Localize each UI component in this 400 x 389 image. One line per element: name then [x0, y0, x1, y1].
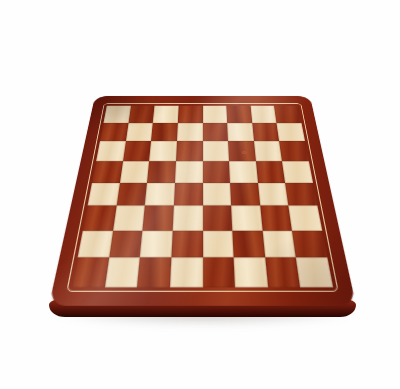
board-square: [226, 106, 252, 123]
board-square: [177, 123, 203, 141]
board-square: [178, 106, 203, 123]
board-square: [120, 161, 150, 182]
board-square: [78, 231, 113, 258]
board-square: [203, 258, 236, 288]
board-square: [203, 141, 230, 161]
board-square: [149, 141, 177, 161]
board-square: [137, 258, 171, 288]
board-square: [203, 106, 228, 123]
board-square: [289, 206, 323, 231]
board-square: [203, 123, 229, 141]
board-square: [176, 141, 203, 161]
board-3d-wrapper: [76, 56, 329, 309]
board-square: [230, 183, 260, 206]
board-square: [203, 183, 232, 206]
board-square: [128, 106, 154, 123]
board-square: [170, 258, 203, 288]
board-square: [203, 206, 233, 231]
board-square: [250, 106, 276, 123]
board-square: [265, 258, 301, 288]
board-square: [231, 206, 262, 231]
board-square: [109, 231, 143, 258]
board-square: [256, 161, 286, 182]
board-square: [147, 161, 176, 182]
board-square: [96, 141, 125, 161]
board-square: [260, 206, 292, 231]
board-square: [203, 231, 234, 258]
board-square: [151, 123, 178, 141]
board-square: [282, 161, 313, 182]
board-square: [105, 258, 141, 288]
chess-board: [49, 96, 356, 306]
wood-knot: [242, 151, 247, 154]
board-square: [234, 258, 268, 288]
board-square: [252, 123, 279, 141]
board-square: [274, 106, 301, 123]
board-square: [171, 231, 202, 258]
board-grid: [72, 106, 333, 288]
board-square: [143, 206, 174, 231]
board-square: [116, 183, 147, 206]
board-square: [113, 206, 145, 231]
board-square: [72, 258, 109, 288]
board-square: [126, 123, 153, 141]
board-square: [258, 183, 289, 206]
board-square: [285, 183, 317, 206]
board-square: [145, 183, 175, 206]
board-square: [123, 141, 152, 161]
board-square: [175, 161, 203, 182]
board-square: [203, 161, 231, 182]
board-square: [83, 206, 117, 231]
board-square: [88, 183, 120, 206]
board-square: [227, 123, 254, 141]
board-square: [153, 106, 179, 123]
board-square: [296, 258, 333, 288]
board-square: [279, 141, 308, 161]
board-square: [100, 123, 128, 141]
chessboard-product-photo: [0, 0, 400, 389]
board-square: [173, 206, 203, 231]
board-square: [277, 123, 305, 141]
board-square: [140, 231, 173, 258]
board-square: [254, 141, 283, 161]
board-square: [262, 231, 296, 258]
board-square: [174, 183, 203, 206]
board-square: [229, 161, 258, 182]
board-square: [103, 106, 130, 123]
board-square: [292, 231, 327, 258]
board-square: [92, 161, 123, 182]
board-square: [232, 231, 265, 258]
